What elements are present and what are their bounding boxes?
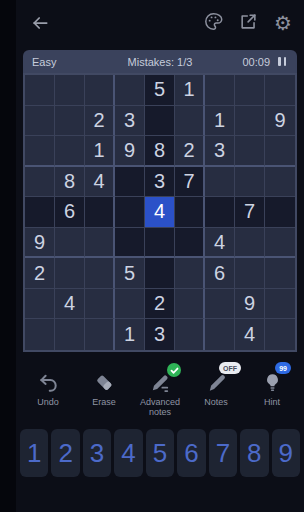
- sudoku-board: 51231919823843764794256429134: [23, 73, 297, 352]
- cell-r7c6[interactable]: [175, 258, 205, 289]
- theme-button[interactable]: [202, 11, 224, 35]
- erase-button[interactable]: Erase: [76, 370, 132, 407]
- timer-label: 00:09: [242, 56, 270, 68]
- cell-r8c6[interactable]: [175, 289, 205, 320]
- cell-r6c6[interactable]: [175, 228, 205, 259]
- cell-r9c7[interactable]: [205, 319, 235, 350]
- numpad-9[interactable]: 9: [272, 429, 300, 477]
- cell-r1c2[interactable]: [55, 75, 85, 106]
- share-button[interactable]: [237, 11, 259, 35]
- cell-r5c6[interactable]: [175, 197, 205, 228]
- numpad-8[interactable]: 8: [240, 429, 268, 477]
- cell-r8c4[interactable]: [115, 289, 145, 320]
- cell-r6c5[interactable]: [145, 228, 175, 259]
- cell-r1c3[interactable]: [85, 75, 115, 106]
- numpad-3[interactable]: 3: [83, 429, 111, 477]
- cell-r3c9[interactable]: [265, 136, 295, 167]
- cell-r3c3[interactable]: 1: [85, 136, 115, 167]
- cell-r9c1[interactable]: [25, 319, 55, 350]
- cell-r3c7[interactable]: 3: [205, 136, 235, 167]
- cell-r4c7[interactable]: [205, 167, 235, 198]
- advanced-notes-label: Advanced notes: [140, 397, 180, 418]
- pencil-icon: OFF: [204, 370, 228, 394]
- cell-r2c4[interactable]: 3: [115, 106, 145, 137]
- cell-r2c8[interactable]: [235, 106, 265, 137]
- cell-r9c6[interactable]: [175, 319, 205, 350]
- cell-r9c3[interactable]: [85, 319, 115, 350]
- cell-r3c6[interactable]: 2: [175, 136, 205, 167]
- cell-r5c2[interactable]: 6: [55, 197, 85, 228]
- hud-bar: Easy Mistakes: 1/3 00:09: [23, 50, 297, 73]
- undo-label: Undo: [37, 397, 59, 407]
- numpad-7[interactable]: 7: [209, 429, 237, 477]
- cell-r6c2[interactable]: [55, 228, 85, 259]
- back-button[interactable]: [28, 13, 52, 35]
- cell-r4c1[interactable]: [25, 167, 55, 198]
- cell-r9c5[interactable]: 3: [145, 319, 175, 350]
- cell-r5c8[interactable]: 7: [235, 197, 265, 228]
- cell-r4c4[interactable]: [115, 167, 145, 198]
- cell-r8c7[interactable]: [205, 289, 235, 320]
- cell-r2c3[interactable]: 2: [85, 106, 115, 137]
- cell-r9c4[interactable]: 1: [115, 319, 145, 350]
- hint-button[interactable]: 99 Hint: [244, 370, 300, 407]
- cell-r2c6[interactable]: [175, 106, 205, 137]
- cell-r8c5[interactable]: 2: [145, 289, 175, 320]
- cell-r8c8[interactable]: 9: [235, 289, 265, 320]
- hint-count-badge: 99: [275, 362, 291, 374]
- cell-r9c2[interactable]: [55, 319, 85, 350]
- gear-icon: ⚙: [274, 13, 292, 33]
- cell-r6c4[interactable]: [115, 228, 145, 259]
- open-external-icon: [239, 12, 258, 34]
- undo-button[interactable]: Undo: [20, 370, 76, 407]
- cell-r1c7[interactable]: [205, 75, 235, 106]
- cell-r4c6[interactable]: 7: [175, 167, 205, 198]
- top-bar-actions: ⚙: [202, 11, 294, 35]
- cell-r7c7[interactable]: 6: [205, 258, 235, 289]
- cell-r1c4[interactable]: [115, 75, 145, 106]
- cell-r4c5[interactable]: 3: [145, 167, 175, 198]
- cell-r4c2[interactable]: 8: [55, 167, 85, 198]
- cell-r3c1[interactable]: [25, 136, 55, 167]
- cell-r3c2[interactable]: [55, 136, 85, 167]
- cell-r2c7[interactable]: 1: [205, 106, 235, 137]
- cell-r8c1[interactable]: [25, 289, 55, 320]
- numpad: 123456789: [20, 429, 300, 477]
- cell-r2c9[interactable]: 9: [265, 106, 295, 137]
- cell-r5c3[interactable]: [85, 197, 115, 228]
- cell-r7c3[interactable]: [85, 258, 115, 289]
- cell-r3c8[interactable]: [235, 136, 265, 167]
- cell-r3c4[interactable]: 9: [115, 136, 145, 167]
- cell-r2c2[interactable]: [55, 106, 85, 137]
- cell-r8c9[interactable]: [265, 289, 295, 320]
- notes-label: Notes: [204, 397, 228, 407]
- pause-icon: [278, 57, 281, 66]
- numpad-4[interactable]: 4: [114, 429, 142, 477]
- cell-r2c5[interactable]: [145, 106, 175, 137]
- numpad-1[interactable]: 1: [20, 429, 48, 477]
- top-bar: ⚙: [16, 0, 304, 44]
- cell-r1c5[interactable]: 5: [145, 75, 175, 106]
- cell-r7c2[interactable]: [55, 258, 85, 289]
- notes-off-badge: OFF: [219, 362, 241, 374]
- palette-icon: [203, 11, 224, 35]
- cell-r8c2[interactable]: 4: [55, 289, 85, 320]
- settings-button[interactable]: ⚙: [272, 11, 294, 35]
- toolbar: Undo Erase: [20, 370, 300, 424]
- cell-r5c7[interactable]: [205, 197, 235, 228]
- cell-r6c8[interactable]: [235, 228, 265, 259]
- cell-r5c4[interactable]: [115, 197, 145, 228]
- arrow-left-icon: [29, 13, 51, 36]
- cell-r2c1[interactable]: [25, 106, 55, 137]
- cell-r3c5[interactable]: 8: [145, 136, 175, 167]
- numpad-2[interactable]: 2: [51, 429, 79, 477]
- cell-r7c9[interactable]: [265, 258, 295, 289]
- cell-r7c1[interactable]: 2: [25, 258, 55, 289]
- cell-r6c3[interactable]: [85, 228, 115, 259]
- cell-r7c4[interactable]: 5: [115, 258, 145, 289]
- cell-r4c3[interactable]: 4: [85, 167, 115, 198]
- pause-button[interactable]: [276, 55, 288, 68]
- cell-r1c8[interactable]: [235, 75, 265, 106]
- numpad-6[interactable]: 6: [177, 429, 205, 477]
- eraser-icon: [92, 370, 116, 394]
- cell-r4c9[interactable]: [265, 167, 295, 198]
- cell-r9c8[interactable]: 4: [235, 319, 265, 350]
- cell-r5c5[interactable]: 4: [145, 197, 175, 228]
- cell-r9c9[interactable]: [265, 319, 295, 350]
- hint-label: Hint: [264, 397, 280, 407]
- cell-r7c5[interactable]: [145, 258, 175, 289]
- cell-r6c9[interactable]: [265, 228, 295, 259]
- advanced-notes-on-badge: [167, 363, 181, 377]
- sudoku-app: ⚙ Easy Mistakes: 1/3 00:09 5123191982384…: [16, 0, 304, 512]
- difficulty-label: Easy: [32, 56, 56, 68]
- undo-icon: [36, 370, 60, 394]
- cell-r8c3[interactable]: [85, 289, 115, 320]
- cell-r1c6[interactable]: 1: [175, 75, 205, 106]
- cell-r4c8[interactable]: [235, 167, 265, 198]
- erase-label: Erase: [92, 397, 116, 407]
- cell-r7c8[interactable]: [235, 258, 265, 289]
- cell-r6c7[interactable]: 4: [205, 228, 235, 259]
- cell-r5c9[interactable]: [265, 197, 295, 228]
- pencil-lines-icon: [148, 370, 172, 394]
- cell-r1c1[interactable]: [25, 75, 55, 106]
- numpad-5[interactable]: 5: [146, 429, 174, 477]
- lightbulb-icon: 99: [260, 370, 284, 394]
- cell-r1c9[interactable]: [265, 75, 295, 106]
- cell-r6c1[interactable]: 9: [25, 228, 55, 259]
- advanced-notes-button[interactable]: Advanced notes: [132, 370, 188, 418]
- notes-button[interactable]: OFF Notes: [188, 370, 244, 407]
- cell-r5c1[interactable]: [25, 197, 55, 228]
